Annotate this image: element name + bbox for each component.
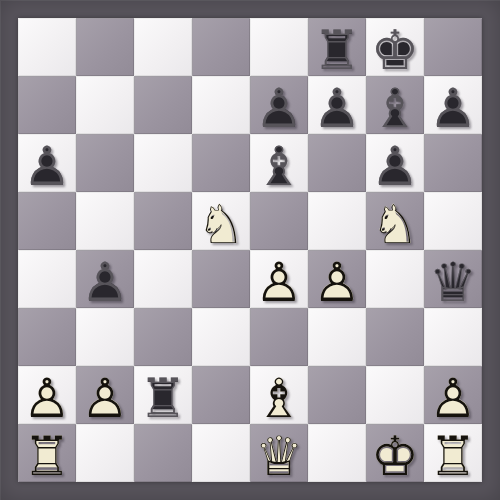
square-a7[interactable]	[18, 76, 76, 134]
black-pawn[interactable]: ♟♙	[424, 76, 482, 134]
black-pawn[interactable]: ♟♙	[18, 134, 76, 192]
piece-outline-glyph: ♙	[250, 254, 308, 312]
piece-outline-glyph: ♙	[366, 138, 424, 196]
piece-outline-glyph: ♔	[366, 22, 424, 80]
piece-outline-glyph: ♙	[424, 80, 482, 138]
square-h4[interactable]: ♛♕	[424, 250, 482, 308]
black-pawn[interactable]: ♟♙	[366, 134, 424, 192]
square-e8[interactable]	[250, 18, 308, 76]
square-c4[interactable]	[134, 250, 192, 308]
piece-outline-glyph: ♙	[18, 138, 76, 196]
square-a1[interactable]: ♜♖	[18, 424, 76, 482]
square-f5[interactable]	[308, 192, 366, 250]
square-d5[interactable]: ♞♘	[192, 192, 250, 250]
square-d1[interactable]	[192, 424, 250, 482]
square-h2[interactable]: ♟♙	[424, 366, 482, 424]
square-a8[interactable]	[18, 18, 76, 76]
square-e6[interactable]: ♝♗	[250, 134, 308, 192]
square-f6[interactable]	[308, 134, 366, 192]
white-pawn[interactable]: ♟♙	[76, 366, 134, 424]
square-f7[interactable]: ♟♙	[308, 76, 366, 134]
piece-outline-glyph: ♖	[134, 370, 192, 428]
square-b5[interactable]	[76, 192, 134, 250]
white-king[interactable]: ♚♔	[366, 424, 424, 482]
square-a2[interactable]: ♟♙	[18, 366, 76, 424]
square-g3[interactable]	[366, 308, 424, 366]
square-h6[interactable]	[424, 134, 482, 192]
square-b8[interactable]	[76, 18, 134, 76]
piece-outline-glyph: ♔	[366, 428, 424, 486]
black-king[interactable]: ♚♔	[366, 18, 424, 76]
black-bishop[interactable]: ♝♗	[366, 76, 424, 134]
square-d4[interactable]	[192, 250, 250, 308]
square-e7[interactable]: ♟♙	[250, 76, 308, 134]
white-rook[interactable]: ♜♖	[424, 424, 482, 482]
square-c1[interactable]	[134, 424, 192, 482]
white-rook[interactable]: ♜♖	[18, 424, 76, 482]
black-rook[interactable]: ♜♖	[134, 366, 192, 424]
square-g7[interactable]: ♝♗	[366, 76, 424, 134]
square-d2[interactable]	[192, 366, 250, 424]
square-c3[interactable]	[134, 308, 192, 366]
square-b7[interactable]	[76, 76, 134, 134]
square-d8[interactable]	[192, 18, 250, 76]
square-f3[interactable]	[308, 308, 366, 366]
piece-outline-glyph: ♙	[76, 370, 134, 428]
white-bishop[interactable]: ♝♗	[250, 366, 308, 424]
square-f4[interactable]: ♟♙	[308, 250, 366, 308]
square-f8[interactable]: ♜♖	[308, 18, 366, 76]
white-knight[interactable]: ♞♘	[366, 192, 424, 250]
black-queen[interactable]: ♛♕	[424, 250, 482, 308]
white-knight[interactable]: ♞♘	[192, 192, 250, 250]
piece-outline-glyph: ♙	[424, 370, 482, 428]
black-pawn[interactable]: ♟♙	[250, 76, 308, 134]
piece-outline-glyph: ♙	[76, 254, 134, 312]
square-a4[interactable]	[18, 250, 76, 308]
square-g8[interactable]: ♚♔	[366, 18, 424, 76]
square-b3[interactable]	[76, 308, 134, 366]
white-pawn[interactable]: ♟♙	[250, 250, 308, 308]
piece-outline-glyph: ♕	[424, 254, 482, 312]
square-c2[interactable]: ♜♖	[134, 366, 192, 424]
piece-outline-glyph: ♖	[424, 428, 482, 486]
square-h5[interactable]	[424, 192, 482, 250]
square-g5[interactable]: ♞♘	[366, 192, 424, 250]
square-e4[interactable]: ♟♙	[250, 250, 308, 308]
square-a3[interactable]	[18, 308, 76, 366]
square-g6[interactable]: ♟♙	[366, 134, 424, 192]
black-pawn[interactable]: ♟♙	[76, 250, 134, 308]
square-b4[interactable]: ♟♙	[76, 250, 134, 308]
square-a6[interactable]: ♟♙	[18, 134, 76, 192]
chess-board-frame: ♜♖♚♔♟♙♟♙♝♗♟♙♟♙♝♗♟♙♞♘♞♘♟♙♟♙♟♙♛♕♟♙♟♙♜♖♝♗♟♙…	[0, 0, 500, 500]
square-d7[interactable]	[192, 76, 250, 134]
square-a5[interactable]	[18, 192, 76, 250]
square-d6[interactable]	[192, 134, 250, 192]
piece-outline-glyph: ♗	[250, 138, 308, 196]
square-f2[interactable]	[308, 366, 366, 424]
square-c7[interactable]	[134, 76, 192, 134]
square-c6[interactable]	[134, 134, 192, 192]
square-h8[interactable]	[424, 18, 482, 76]
square-h3[interactable]	[424, 308, 482, 366]
square-e1[interactable]: ♛♕	[250, 424, 308, 482]
square-e5[interactable]	[250, 192, 308, 250]
square-b2[interactable]: ♟♙	[76, 366, 134, 424]
square-c5[interactable]	[134, 192, 192, 250]
square-g4[interactable]	[366, 250, 424, 308]
piece-outline-glyph: ♙	[308, 80, 366, 138]
piece-outline-glyph: ♘	[366, 196, 424, 254]
piece-outline-glyph: ♗	[250, 370, 308, 428]
piece-outline-glyph: ♖	[308, 22, 366, 80]
black-bishop[interactable]: ♝♗	[250, 134, 308, 192]
white-pawn[interactable]: ♟♙	[308, 250, 366, 308]
black-pawn[interactable]: ♟♙	[308, 76, 366, 134]
square-b1[interactable]	[76, 424, 134, 482]
piece-outline-glyph: ♗	[366, 80, 424, 138]
square-c8[interactable]	[134, 18, 192, 76]
square-g2[interactable]	[366, 366, 424, 424]
piece-outline-glyph: ♙	[308, 254, 366, 312]
piece-outline-glyph: ♙	[18, 370, 76, 428]
square-d3[interactable]	[192, 308, 250, 366]
square-e2[interactable]: ♝♗	[250, 366, 308, 424]
square-e3[interactable]	[250, 308, 308, 366]
piece-outline-glyph: ♘	[192, 196, 250, 254]
chess-board: ♜♖♚♔♟♙♟♙♝♗♟♙♟♙♝♗♟♙♞♘♞♘♟♙♟♙♟♙♛♕♟♙♟♙♜♖♝♗♟♙…	[18, 18, 482, 482]
piece-outline-glyph: ♕	[250, 428, 308, 486]
square-h7[interactable]: ♟♙	[424, 76, 482, 134]
square-b6[interactable]	[76, 134, 134, 192]
white-queen[interactable]: ♛♕	[250, 424, 308, 482]
piece-outline-glyph: ♖	[18, 428, 76, 486]
white-pawn[interactable]: ♟♙	[18, 366, 76, 424]
black-rook[interactable]: ♜♖	[308, 18, 366, 76]
square-f1[interactable]	[308, 424, 366, 482]
piece-outline-glyph: ♙	[250, 80, 308, 138]
square-h1[interactable]: ♜♖	[424, 424, 482, 482]
white-pawn[interactable]: ♟♙	[424, 366, 482, 424]
square-g1[interactable]: ♚♔	[366, 424, 424, 482]
